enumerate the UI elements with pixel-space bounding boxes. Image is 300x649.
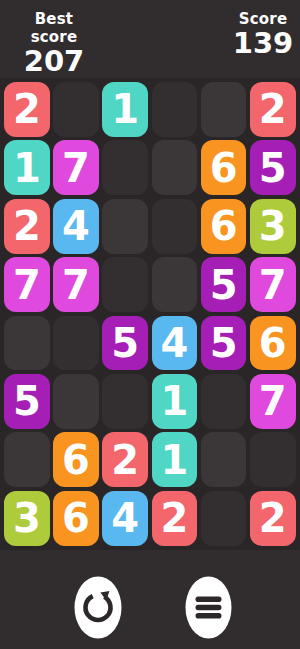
restart-icon — [74, 576, 122, 639]
cell-r5c2 — [53, 316, 99, 371]
cell-r6c6: 7 — [250, 374, 296, 429]
cell-r4c5: 5 — [201, 257, 247, 312]
tile-7-r4c6[interactable]: 7 — [250, 257, 296, 312]
bottom-bar — [0, 576, 300, 640]
tile-3-r8c1[interactable]: 3 — [4, 491, 50, 546]
cell-r4c3 — [102, 257, 148, 312]
cell-r3c1: 2 — [4, 199, 50, 254]
current-score-value: 139 — [232, 28, 294, 58]
cell-r5c6: 6 — [250, 316, 296, 371]
cell-r7c2: 6 — [53, 432, 99, 487]
cell-r5c5: 5 — [201, 316, 247, 371]
cell-r7c4: 1 — [152, 432, 198, 487]
cell-r1c4 — [152, 82, 198, 137]
cell-r5c3: 5 — [102, 316, 148, 371]
tile-5-r2c6[interactable]: 5 — [250, 140, 296, 195]
menu-button[interactable] — [185, 576, 233, 639]
cell-r2c4 — [152, 140, 198, 195]
tile-4-r8c3[interactable]: 4 — [102, 491, 148, 546]
cell-r5c4: 4 — [152, 316, 198, 371]
tile-4-r5c4[interactable]: 4 — [152, 316, 198, 371]
tile-7-r4c1[interactable]: 7 — [4, 257, 50, 312]
cell-r1c2 — [53, 82, 99, 137]
cell-r6c5 — [201, 374, 247, 429]
cell-r7c6 — [250, 432, 296, 487]
cell-r3c4 — [152, 199, 198, 254]
cell-r6c2 — [53, 374, 99, 429]
cell-r6c3 — [102, 374, 148, 429]
tile-1-r6c4[interactable]: 1 — [152, 374, 198, 429]
cell-r3c2: 4 — [53, 199, 99, 254]
tile-6-r5c6[interactable]: 6 — [250, 316, 296, 371]
tile-2-r1c6[interactable]: 2 — [250, 82, 296, 137]
cell-r8c3: 4 — [102, 491, 148, 546]
tile-1-r7c4[interactable]: 1 — [152, 432, 198, 487]
tile-6-r8c2[interactable]: 6 — [53, 491, 99, 546]
cell-r2c1: 1 — [4, 140, 50, 195]
current-score-block: Score 139 — [232, 10, 294, 58]
tile-7-r2c2[interactable]: 7 — [53, 140, 99, 195]
cell-r4c2: 7 — [53, 257, 99, 312]
cell-r2c2: 7 — [53, 140, 99, 195]
cell-r5c1 — [4, 316, 50, 371]
tile-6-r7c2[interactable]: 6 — [53, 432, 99, 487]
tile-3-r3c6[interactable]: 3 — [250, 199, 296, 254]
tile-5-r5c5[interactable]: 5 — [201, 316, 247, 371]
tile-6-r3c5[interactable]: 6 — [201, 199, 247, 254]
tile-7-r4c2[interactable]: 7 — [53, 257, 99, 312]
best-score-value: 207 — [12, 46, 96, 76]
cell-r2c5: 6 — [201, 140, 247, 195]
tile-5-r4c5[interactable]: 5 — [201, 257, 247, 312]
cell-r6c4: 1 — [152, 374, 198, 429]
restart-button[interactable] — [74, 576, 122, 639]
tile-2-r7c3[interactable]: 2 — [102, 432, 148, 487]
cell-r8c4: 2 — [152, 491, 198, 546]
menu-icon — [185, 576, 232, 639]
game-board: 212176524637757545651762136422 — [4, 82, 296, 546]
cell-r8c1: 3 — [4, 491, 50, 546]
cell-r6c1: 5 — [4, 374, 50, 429]
best-score-block: Best score 207 — [12, 10, 96, 76]
tile-5-r6c1[interactable]: 5 — [4, 374, 50, 429]
cell-r4c1: 7 — [4, 257, 50, 312]
cell-r4c4 — [152, 257, 198, 312]
cell-r3c5: 6 — [201, 199, 247, 254]
cell-r8c5 — [201, 491, 247, 546]
tile-7-r6c6[interactable]: 7 — [250, 374, 296, 429]
tile-2-r3c1[interactable]: 2 — [4, 199, 50, 254]
cell-r4c6: 7 — [250, 257, 296, 312]
score-header: Best score 207 Score 139 — [0, 10, 300, 70]
best-score-label: Best score — [12, 10, 96, 46]
cell-r7c3: 2 — [102, 432, 148, 487]
game-board-area: 212176524637757545651762136422 — [0, 78, 300, 550]
cell-r1c5 — [201, 82, 247, 137]
tile-2-r1c1[interactable]: 2 — [4, 82, 50, 137]
cell-r8c6: 2 — [250, 491, 296, 546]
cell-r3c3 — [102, 199, 148, 254]
tile-5-r5c3[interactable]: 5 — [102, 316, 148, 371]
cell-r3c6: 3 — [250, 199, 296, 254]
cell-r2c3 — [102, 140, 148, 195]
tile-2-r8c4[interactable]: 2 — [152, 491, 198, 546]
tile-6-r2c5[interactable]: 6 — [201, 140, 247, 195]
cell-r8c2: 6 — [53, 491, 99, 546]
tile-2-r8c6[interactable]: 2 — [250, 491, 296, 546]
cell-r2c6: 5 — [250, 140, 296, 195]
cell-r1c6: 2 — [250, 82, 296, 137]
tile-1-r2c1[interactable]: 1 — [4, 140, 50, 195]
cell-r1c3: 1 — [102, 82, 148, 137]
tile-1-r1c3[interactable]: 1 — [102, 82, 148, 137]
cell-r1c1: 2 — [4, 82, 50, 137]
tile-4-r3c2[interactable]: 4 — [53, 199, 99, 254]
cell-r7c1 — [4, 432, 50, 487]
cell-r7c5 — [201, 432, 247, 487]
